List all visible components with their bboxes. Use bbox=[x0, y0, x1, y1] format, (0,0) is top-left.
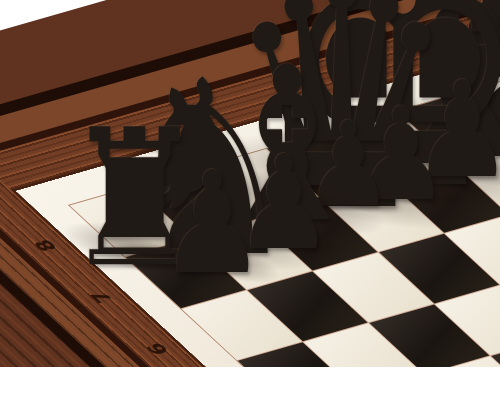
piece-black-pawn-a7[interactable]: ♟ bbox=[152, 153, 272, 294]
photo-crop-whitespace bbox=[0, 367, 500, 400]
rank-label-6: 6 bbox=[133, 334, 181, 363]
product-photo-stage: 876 ♞♝♚♟♛♟♟♝♞♟♜♟ bbox=[0, 0, 500, 400]
